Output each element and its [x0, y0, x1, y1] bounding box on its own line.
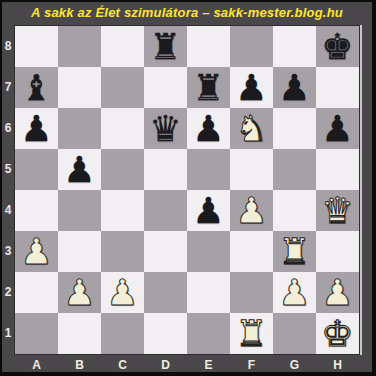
square-e5[interactable] — [187, 149, 230, 190]
square-e3[interactable] — [187, 231, 230, 272]
square-f6[interactable]: ♞ — [230, 108, 273, 149]
square-f7[interactable]: ♟ — [230, 67, 273, 108]
rank-label-4: 4 — [2, 189, 14, 230]
black-rook: ♜ — [149, 26, 181, 67]
square-g6[interactable] — [273, 108, 316, 149]
file-label-a: A — [15, 355, 58, 375]
white-pawn: ♟ — [106, 272, 138, 313]
square-h7[interactable] — [316, 67, 359, 108]
square-a8[interactable] — [15, 26, 58, 67]
square-b1[interactable] — [58, 313, 101, 354]
square-d8[interactable]: ♜ — [144, 26, 187, 67]
black-queen: ♛ — [149, 108, 181, 149]
square-c2[interactable]: ♟ — [101, 272, 144, 313]
square-d1[interactable] — [144, 313, 187, 354]
square-h3[interactable] — [316, 231, 359, 272]
white-pawn: ♟ — [235, 190, 267, 231]
square-h2[interactable]: ♟ — [316, 272, 359, 313]
square-c1[interactable] — [101, 313, 144, 354]
square-h1[interactable]: ♚ — [316, 313, 359, 354]
square-h6[interactable]: ♟ — [316, 108, 359, 149]
square-g1[interactable] — [273, 313, 316, 354]
black-king: ♚ — [321, 26, 353, 67]
square-a4[interactable] — [15, 190, 58, 231]
white-king: ♚ — [321, 313, 353, 354]
square-b4[interactable] — [58, 190, 101, 231]
black-pawn: ♟ — [192, 190, 224, 231]
square-f5[interactable] — [230, 149, 273, 190]
square-e6[interactable]: ♟ — [187, 108, 230, 149]
square-a3[interactable]: ♟ — [15, 231, 58, 272]
square-e1[interactable] — [187, 313, 230, 354]
file-label-e: E — [187, 355, 230, 375]
black-pawn: ♟ — [63, 149, 95, 190]
square-b3[interactable] — [58, 231, 101, 272]
square-a2[interactable] — [15, 272, 58, 313]
white-rook: ♜ — [235, 313, 267, 354]
square-b8[interactable] — [58, 26, 101, 67]
square-c7[interactable] — [101, 67, 144, 108]
title-text: A sakk az Élet szimulátora – sakk-mester… — [31, 5, 343, 20]
title-bar: A sakk az Élet szimulátora – sakk-mester… — [2, 2, 372, 23]
rank-label-3: 3 — [2, 230, 14, 271]
white-rook: ♜ — [278, 231, 310, 272]
rank-label-7: 7 — [2, 66, 14, 107]
square-e7[interactable]: ♜ — [187, 67, 230, 108]
black-pawn: ♟ — [278, 67, 310, 108]
square-f3[interactable] — [230, 231, 273, 272]
file-label-f: F — [230, 355, 273, 375]
square-g8[interactable] — [273, 26, 316, 67]
rank-label-2: 2 — [2, 271, 14, 312]
square-d2[interactable] — [144, 272, 187, 313]
square-g3[interactable]: ♜ — [273, 231, 316, 272]
square-b7[interactable] — [58, 67, 101, 108]
black-pawn: ♟ — [20, 108, 52, 149]
square-d6[interactable]: ♛ — [144, 108, 187, 149]
square-c8[interactable] — [101, 26, 144, 67]
square-e2[interactable] — [187, 272, 230, 313]
file-label-b: B — [58, 355, 101, 375]
square-h8[interactable]: ♚ — [316, 26, 359, 67]
square-h4[interactable]: ♛ — [316, 190, 359, 231]
square-e4[interactable]: ♟ — [187, 190, 230, 231]
black-pawn: ♟ — [235, 67, 267, 108]
square-b6[interactable] — [58, 108, 101, 149]
rank-label-8: 8 — [2, 25, 14, 66]
square-c6[interactable] — [101, 108, 144, 149]
white-pawn: ♟ — [20, 231, 52, 272]
black-pawn: ♟ — [192, 108, 224, 149]
rank-label-5: 5 — [2, 148, 14, 189]
file-labels: ABCDEFGH — [15, 355, 359, 375]
diagram-frame: A sakk az Élet szimulátora – sakk-mester… — [2, 2, 372, 372]
square-c4[interactable] — [101, 190, 144, 231]
square-b5[interactable]: ♟ — [58, 149, 101, 190]
square-a1[interactable] — [15, 313, 58, 354]
file-label-d: D — [144, 355, 187, 375]
board-area: 87654321 ♜♚♝♜♟♟♟♛♟♞♟♟♟♟♛♟♜♟♟♟♟♜♚ — [2, 25, 372, 355]
square-d4[interactable] — [144, 190, 187, 231]
rank-label-6: 6 — [2, 107, 14, 148]
square-c3[interactable] — [101, 231, 144, 272]
white-knight: ♞ — [235, 108, 267, 149]
square-a5[interactable] — [15, 149, 58, 190]
black-bishop: ♝ — [20, 67, 52, 108]
white-pawn: ♟ — [321, 272, 353, 313]
square-a6[interactable]: ♟ — [15, 108, 58, 149]
square-d7[interactable] — [144, 67, 187, 108]
square-c5[interactable] — [101, 149, 144, 190]
square-a7[interactable]: ♝ — [15, 67, 58, 108]
file-label-g: G — [273, 355, 316, 375]
file-label-h: H — [316, 355, 359, 375]
square-h5[interactable] — [316, 149, 359, 190]
square-e8[interactable] — [187, 26, 230, 67]
square-d3[interactable] — [144, 231, 187, 272]
square-g5[interactable] — [273, 149, 316, 190]
black-rook: ♜ — [192, 67, 224, 108]
square-d5[interactable] — [144, 149, 187, 190]
chess-board: ♜♚♝♜♟♟♟♛♟♞♟♟♟♟♛♟♜♟♟♟♟♜♚ — [14, 25, 360, 355]
file-label-c: C — [101, 355, 144, 375]
white-pawn: ♟ — [63, 272, 95, 313]
square-b2[interactable]: ♟ — [58, 272, 101, 313]
rank-label-1: 1 — [2, 312, 14, 353]
square-f4[interactable]: ♟ — [230, 190, 273, 231]
square-g2[interactable]: ♟ — [273, 272, 316, 313]
square-g4[interactable] — [273, 190, 316, 231]
white-queen: ♛ — [321, 190, 353, 231]
rank-labels: 87654321 — [2, 25, 14, 355]
white-pawn: ♟ — [278, 272, 310, 313]
square-f1[interactable]: ♜ — [230, 313, 273, 354]
black-pawn: ♟ — [321, 108, 353, 149]
square-f8[interactable] — [230, 26, 273, 67]
square-g7[interactable]: ♟ — [273, 67, 316, 108]
square-f2[interactable] — [230, 272, 273, 313]
